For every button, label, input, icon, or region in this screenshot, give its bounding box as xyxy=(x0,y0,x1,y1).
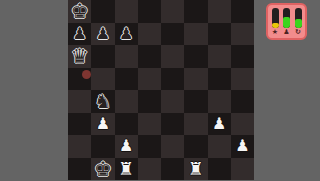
square-f2[interactable] xyxy=(184,135,207,158)
square-e5[interactable] xyxy=(161,68,184,91)
square-c2[interactable]: ♟ xyxy=(115,135,138,158)
square-g6[interactable] xyxy=(208,45,231,68)
pawn-icon: ♟ xyxy=(283,28,289,37)
piece-black-queen[interactable]: ♛ xyxy=(71,46,89,66)
square-d7[interactable] xyxy=(138,23,161,46)
square-h3[interactable] xyxy=(231,113,254,136)
square-a7[interactable]: ♟ xyxy=(68,23,91,46)
square-b5[interactable] xyxy=(91,68,114,91)
square-h8[interactable] xyxy=(231,0,254,23)
piece-black-king[interactable]: ♚ xyxy=(94,159,112,179)
square-h6[interactable] xyxy=(231,45,254,68)
square-e6[interactable] xyxy=(161,45,184,68)
square-e3[interactable] xyxy=(161,113,184,136)
square-a5[interactable] xyxy=(68,68,91,91)
square-g2[interactable] xyxy=(208,135,231,158)
square-a6[interactable]: ♛ xyxy=(68,45,91,68)
square-f3[interactable] xyxy=(184,113,207,136)
star-icon: ★ xyxy=(272,28,278,37)
square-a3[interactable] xyxy=(68,113,91,136)
square-b7[interactable]: ♟ xyxy=(91,23,114,46)
square-a2[interactable] xyxy=(68,135,91,158)
square-h5[interactable] xyxy=(231,68,254,91)
square-d2[interactable] xyxy=(138,135,161,158)
square-b6[interactable] xyxy=(91,45,114,68)
square-c1[interactable]: ♜ xyxy=(115,158,138,181)
square-e4[interactable] xyxy=(161,90,184,113)
square-e2[interactable] xyxy=(161,135,184,158)
square-g8[interactable] xyxy=(208,0,231,23)
square-a1[interactable] xyxy=(68,158,91,181)
square-e8[interactable] xyxy=(161,0,184,23)
square-h1[interactable] xyxy=(231,158,254,181)
piece-black-knight[interactable]: ♞ xyxy=(94,92,111,111)
square-f1[interactable]: ♜ xyxy=(184,158,207,181)
pawn-meter-fill xyxy=(283,17,290,28)
square-c4[interactable] xyxy=(115,90,138,113)
piece-black-pawn[interactable]: ♟ xyxy=(72,26,86,42)
square-c8[interactable] xyxy=(115,0,138,23)
piece-white-pawn[interactable]: ♟ xyxy=(119,138,133,154)
piece-white-rook[interactable]: ♜ xyxy=(188,160,204,178)
piece-black-king[interactable]: ♚ xyxy=(71,1,89,21)
piece-black-pawn[interactable]: ♟ xyxy=(119,26,133,42)
pawn-meter: ♟ xyxy=(282,8,291,37)
cycle-meter: ↻ xyxy=(294,8,303,37)
square-g4[interactable] xyxy=(208,90,231,113)
square-b3[interactable]: ♟ xyxy=(91,113,114,136)
square-d6[interactable] xyxy=(138,45,161,68)
chess-board: ♚♟♟♟♛♞♟♟♟♟♚♜♜ xyxy=(68,0,254,180)
square-g5[interactable] xyxy=(208,68,231,91)
square-g1[interactable] xyxy=(208,158,231,181)
square-a4[interactable] xyxy=(68,90,91,113)
square-b1[interactable]: ♚ xyxy=(91,158,114,181)
piece-white-pawn[interactable]: ♟ xyxy=(96,116,110,132)
square-c3[interactable] xyxy=(115,113,138,136)
square-b4[interactable]: ♞ xyxy=(91,90,114,113)
square-b2[interactable] xyxy=(91,135,114,158)
square-e1[interactable] xyxy=(161,158,184,181)
square-c5[interactable] xyxy=(115,68,138,91)
cycle-icon: ↻ xyxy=(295,28,301,37)
game-screen: { "game": "chess", "app_context": "pixel… xyxy=(0,0,320,180)
square-a8[interactable]: ♚ xyxy=(68,0,91,23)
square-f5[interactable] xyxy=(184,68,207,91)
star-meter-bar xyxy=(272,8,279,28)
piece-white-pawn[interactable]: ♟ xyxy=(212,116,226,132)
piece-white-rook[interactable]: ♜ xyxy=(118,160,134,178)
cycle-meter-fill xyxy=(295,19,302,28)
hud-panel: ★♟↻ xyxy=(266,3,307,40)
square-g3[interactable]: ♟ xyxy=(208,113,231,136)
square-d1[interactable] xyxy=(138,158,161,181)
square-c6[interactable] xyxy=(115,45,138,68)
square-e7[interactable] xyxy=(161,23,184,46)
cycle-meter-bar xyxy=(295,8,302,28)
square-b8[interactable] xyxy=(91,0,114,23)
square-d5[interactable] xyxy=(138,68,161,91)
piece-black-pawn[interactable]: ♟ xyxy=(96,26,110,42)
pawn-meter-bar xyxy=(283,8,290,28)
square-h7[interactable] xyxy=(231,23,254,46)
square-f4[interactable] xyxy=(184,90,207,113)
square-d3[interactable] xyxy=(138,113,161,136)
star-meter: ★ xyxy=(271,8,280,37)
square-c7[interactable]: ♟ xyxy=(115,23,138,46)
square-d8[interactable] xyxy=(138,0,161,23)
star-meter-fill xyxy=(272,23,279,28)
square-h2[interactable]: ♟ xyxy=(231,135,254,158)
square-f6[interactable] xyxy=(184,45,207,68)
piece-white-pawn[interactable]: ♟ xyxy=(235,138,249,154)
square-d4[interactable] xyxy=(138,90,161,113)
square-f7[interactable] xyxy=(184,23,207,46)
square-h4[interactable] xyxy=(231,90,254,113)
square-g7[interactable] xyxy=(208,23,231,46)
square-f8[interactable] xyxy=(184,0,207,23)
move-marker-dot xyxy=(82,70,91,79)
